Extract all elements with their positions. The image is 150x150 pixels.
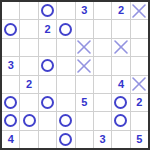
cell-r8c5[interactable] — [76, 131, 93, 148]
mine-circle-icon — [59, 133, 72, 146]
cell-r7c3[interactable] — [39, 112, 56, 129]
cell-r1c3[interactable] — [39, 2, 56, 19]
cell-r8c6: 3 — [94, 131, 111, 148]
cell-r3c6[interactable] — [94, 39, 111, 56]
no-mine-x-icon — [132, 4, 146, 18]
no-mine-x-icon — [77, 40, 91, 54]
mine-circle-icon — [114, 96, 127, 109]
cell-r4c7[interactable] — [112, 57, 129, 74]
cell-r2c2[interactable] — [20, 20, 37, 37]
cell-r4c2[interactable] — [20, 57, 37, 74]
cell-r3c3[interactable] — [39, 39, 56, 56]
cell-r1c1[interactable] — [2, 2, 19, 19]
cell-r5c4[interactable] — [57, 76, 74, 93]
cell-r8c2[interactable] — [20, 131, 37, 148]
mine-circle-icon — [41, 96, 54, 109]
cell-r8c1: 4 — [2, 131, 19, 148]
mine-circle-icon — [41, 59, 54, 72]
clue-number: 3 — [81, 5, 87, 16]
no-mine-x-icon — [114, 40, 128, 54]
mine-circle-icon — [4, 96, 17, 109]
cell-r8c4[interactable] — [57, 131, 74, 148]
clue-number: 2 — [26, 79, 32, 90]
cell-r5c5[interactable] — [76, 76, 93, 93]
cell-r4c3[interactable] — [39, 57, 56, 74]
clue-number: 2 — [44, 24, 50, 35]
mine-circle-icon — [23, 114, 36, 127]
cell-r5c3[interactable] — [39, 76, 56, 93]
cell-r6c7[interactable] — [112, 94, 129, 111]
cell-r5c2: 2 — [20, 76, 37, 93]
cell-r7c2[interactable] — [20, 112, 37, 129]
cell-r3c7[interactable] — [112, 39, 129, 56]
cell-r1c2[interactable] — [20, 2, 37, 19]
cell-r3c8[interactable] — [131, 39, 148, 56]
mine-circle-icon — [59, 23, 72, 36]
cell-r1c5: 3 — [76, 2, 93, 19]
puzzle-board: 32232452435 — [0, 0, 150, 150]
cell-r5c7: 4 — [112, 76, 129, 93]
cell-r8c3[interactable] — [39, 131, 56, 148]
cell-r7c1[interactable] — [2, 112, 19, 129]
cell-r6c5: 5 — [76, 94, 93, 111]
cell-r3c2[interactable] — [20, 39, 37, 56]
mine-circle-icon — [114, 114, 127, 127]
cell-r6c8: 2 — [131, 94, 148, 111]
cell-r2c4[interactable] — [57, 20, 74, 37]
cell-r1c6[interactable] — [94, 2, 111, 19]
mine-circle-icon — [59, 114, 72, 127]
cell-r4c4[interactable] — [57, 57, 74, 74]
cell-r2c3: 2 — [39, 20, 56, 37]
cell-r1c7: 2 — [112, 2, 129, 19]
cell-r7c4[interactable] — [57, 112, 74, 129]
cell-r6c6[interactable] — [94, 94, 111, 111]
cell-r5c8[interactable] — [131, 76, 148, 93]
cell-r4c5[interactable] — [76, 57, 93, 74]
clue-number: 3 — [100, 134, 106, 145]
mine-circle-icon — [41, 4, 54, 17]
clue-number: 4 — [8, 134, 14, 145]
no-mine-x-icon — [77, 59, 91, 73]
cell-r7c5[interactable] — [76, 112, 93, 129]
cell-r6c1[interactable] — [2, 94, 19, 111]
cell-r2c1[interactable] — [2, 20, 19, 37]
cell-r1c4[interactable] — [57, 2, 74, 19]
clue-number: 2 — [136, 97, 142, 108]
cell-r8c7[interactable] — [112, 131, 129, 148]
mine-circle-icon — [4, 114, 17, 127]
cell-r4c8[interactable] — [131, 57, 148, 74]
cell-r7c8[interactable] — [131, 112, 148, 129]
clue-number: 2 — [118, 5, 124, 16]
clue-number: 3 — [8, 60, 14, 71]
cell-r2c5[interactable] — [76, 20, 93, 37]
cell-r8c8: 5 — [131, 131, 148, 148]
cell-r6c2[interactable] — [20, 94, 37, 111]
cell-r2c6[interactable] — [94, 20, 111, 37]
no-mine-x-icon — [132, 77, 146, 91]
cell-r3c1[interactable] — [2, 39, 19, 56]
cell-r7c7[interactable] — [112, 112, 129, 129]
cell-r2c8[interactable] — [131, 20, 148, 37]
clue-number: 5 — [81, 97, 87, 108]
cell-r4c6[interactable] — [94, 57, 111, 74]
cell-r2c7[interactable] — [112, 20, 129, 37]
clue-number: 5 — [136, 134, 142, 145]
cell-r4c1: 3 — [2, 57, 19, 74]
cell-r5c6[interactable] — [94, 76, 111, 93]
cell-r7c6[interactable] — [94, 112, 111, 129]
cell-r3c5[interactable] — [76, 39, 93, 56]
mine-circle-icon — [4, 23, 17, 36]
cell-r6c3[interactable] — [39, 94, 56, 111]
cell-r1c8[interactable] — [131, 2, 148, 19]
cell-r6c4[interactable] — [57, 94, 74, 111]
cell-r3c4[interactable] — [57, 39, 74, 56]
clue-number: 4 — [118, 79, 124, 90]
cell-r5c1[interactable] — [2, 76, 19, 93]
